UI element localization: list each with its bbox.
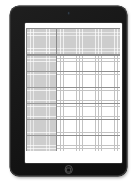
screen bbox=[25, 23, 122, 163]
clue-corner bbox=[27, 29, 56, 54]
row-clues bbox=[27, 54, 56, 151]
tablet-frame bbox=[10, 6, 127, 176]
solution-grid bbox=[56, 54, 120, 151]
camera-icon bbox=[67, 12, 70, 15]
nonogram-board bbox=[26, 28, 120, 151]
column-clues bbox=[56, 29, 120, 54]
home-button[interactable] bbox=[64, 165, 73, 174]
